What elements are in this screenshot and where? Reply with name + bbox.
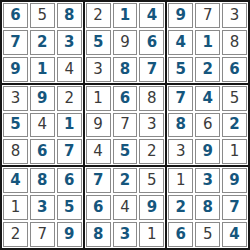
box-r0c0: 658723914 xyxy=(2,2,83,83)
cell-r9c3[interactable]: 9 xyxy=(57,222,82,247)
cell-r2c9: 8 xyxy=(222,30,247,55)
cell-r1c9: 3 xyxy=(222,3,247,28)
cell-r3c6[interactable]: 7 xyxy=(139,57,164,82)
cell-r8c2[interactable]: 3 xyxy=(30,195,55,220)
cell-r2c1[interactable]: 7 xyxy=(3,30,28,55)
cell-r2c3[interactable]: 3 xyxy=(57,30,82,55)
cell-r9c2: 7 xyxy=(30,222,55,247)
cell-r3c3: 4 xyxy=(57,57,82,82)
cell-r9c8: 5 xyxy=(195,222,220,247)
cell-r9c5[interactable]: 3 xyxy=(113,222,138,247)
box-r2c1: 725649831 xyxy=(85,167,166,248)
cell-r7c4[interactable]: 7 xyxy=(86,168,111,193)
cell-r7c2[interactable]: 8 xyxy=(30,168,55,193)
cell-r5c5: 7 xyxy=(113,113,138,138)
box-r2c2: 139287654 xyxy=(167,167,248,248)
cell-r8c5: 4 xyxy=(113,195,138,220)
cell-r5c2: 4 xyxy=(30,113,55,138)
box-r0c2: 973418526 xyxy=(167,2,248,83)
cell-r5c6: 3 xyxy=(139,113,164,138)
cell-r7c3[interactable]: 6 xyxy=(57,168,82,193)
box-r1c1: 168973452 xyxy=(85,85,166,166)
cell-r2c2[interactable]: 2 xyxy=(30,30,55,55)
cell-r7c9[interactable]: 9 xyxy=(222,168,247,193)
cell-r6c6: 2 xyxy=(139,139,164,164)
cell-r1c6[interactable]: 4 xyxy=(139,3,164,28)
cell-r8c3[interactable]: 5 xyxy=(57,195,82,220)
cell-r2c8[interactable]: 1 xyxy=(195,30,220,55)
cell-r3c1[interactable]: 9 xyxy=(3,57,28,82)
cell-r4c3: 2 xyxy=(57,86,82,111)
box-r1c0: 392541867 xyxy=(2,85,83,166)
cell-r8c1: 1 xyxy=(3,195,28,220)
cell-r3c5[interactable]: 8 xyxy=(113,57,138,82)
cell-r4c9: 5 xyxy=(222,86,247,111)
cell-r6c3[interactable]: 7 xyxy=(57,139,82,164)
cell-r7c5[interactable]: 2 xyxy=(113,168,138,193)
cell-r6c2[interactable]: 6 xyxy=(30,139,55,164)
cell-r1c2: 5 xyxy=(30,3,55,28)
cell-r5c3[interactable]: 1 xyxy=(57,113,82,138)
cell-r2c5: 9 xyxy=(113,30,138,55)
cell-r3c9[interactable]: 6 xyxy=(222,57,247,82)
cell-r5c7[interactable]: 8 xyxy=(168,113,193,138)
sudoku-board: 6587239142145963879734185263925418671689… xyxy=(0,0,250,250)
cell-r6c7: 3 xyxy=(168,139,193,164)
cell-r5c1[interactable]: 5 xyxy=(3,113,28,138)
cell-r5c4: 9 xyxy=(86,113,111,138)
cell-r4c8[interactable]: 4 xyxy=(195,86,220,111)
cell-r6c9: 1 xyxy=(222,139,247,164)
box-r2c0: 486135279 xyxy=(2,167,83,248)
cell-r1c3[interactable]: 8 xyxy=(57,3,82,28)
cell-r7c8[interactable]: 3 xyxy=(195,168,220,193)
cell-r1c4: 2 xyxy=(86,3,111,28)
cell-r9c1: 2 xyxy=(3,222,28,247)
cell-r1c7[interactable]: 9 xyxy=(168,3,193,28)
cell-r6c5[interactable]: 5 xyxy=(113,139,138,164)
cell-r8c6[interactable]: 9 xyxy=(139,195,164,220)
box-r1c2: 745862391 xyxy=(167,85,248,166)
cell-r3c7[interactable]: 5 xyxy=(168,57,193,82)
cell-r2c7[interactable]: 4 xyxy=(168,30,193,55)
cell-r9c9[interactable]: 4 xyxy=(222,222,247,247)
cell-r4c2[interactable]: 9 xyxy=(30,86,55,111)
cell-r6c1: 8 xyxy=(3,139,28,164)
cell-r1c5[interactable]: 1 xyxy=(113,3,138,28)
cell-r4c5[interactable]: 6 xyxy=(113,86,138,111)
cell-r9c4[interactable]: 8 xyxy=(86,222,111,247)
cell-r8c4[interactable]: 6 xyxy=(86,195,111,220)
cell-r9c7[interactable]: 6 xyxy=(168,222,193,247)
cell-r2c4[interactable]: 5 xyxy=(86,30,111,55)
cell-r5c9[interactable]: 2 xyxy=(222,113,247,138)
cell-r1c1[interactable]: 6 xyxy=(3,3,28,28)
cell-r1c8: 7 xyxy=(195,3,220,28)
cell-r4c6: 8 xyxy=(139,86,164,111)
cell-r5c8: 6 xyxy=(195,113,220,138)
cell-r8c9[interactable]: 7 xyxy=(222,195,247,220)
box-r0c1: 214596387 xyxy=(85,2,166,83)
cell-r8c7[interactable]: 2 xyxy=(168,195,193,220)
cell-r2c6[interactable]: 6 xyxy=(139,30,164,55)
cell-r4c4: 1 xyxy=(86,86,111,111)
cell-r9c6: 1 xyxy=(139,222,164,247)
cell-r6c4: 4 xyxy=(86,139,111,164)
cell-r7c7: 1 xyxy=(168,168,193,193)
cell-r8c8[interactable]: 8 xyxy=(195,195,220,220)
cell-r3c8[interactable]: 2 xyxy=(195,57,220,82)
cell-r4c1: 3 xyxy=(3,86,28,111)
cell-r7c1[interactable]: 4 xyxy=(3,168,28,193)
cell-r4c7[interactable]: 7 xyxy=(168,86,193,111)
cell-r6c8[interactable]: 9 xyxy=(195,139,220,164)
cell-r3c2[interactable]: 1 xyxy=(30,57,55,82)
cell-r3c4: 3 xyxy=(86,57,111,82)
cell-r7c6: 5 xyxy=(139,168,164,193)
